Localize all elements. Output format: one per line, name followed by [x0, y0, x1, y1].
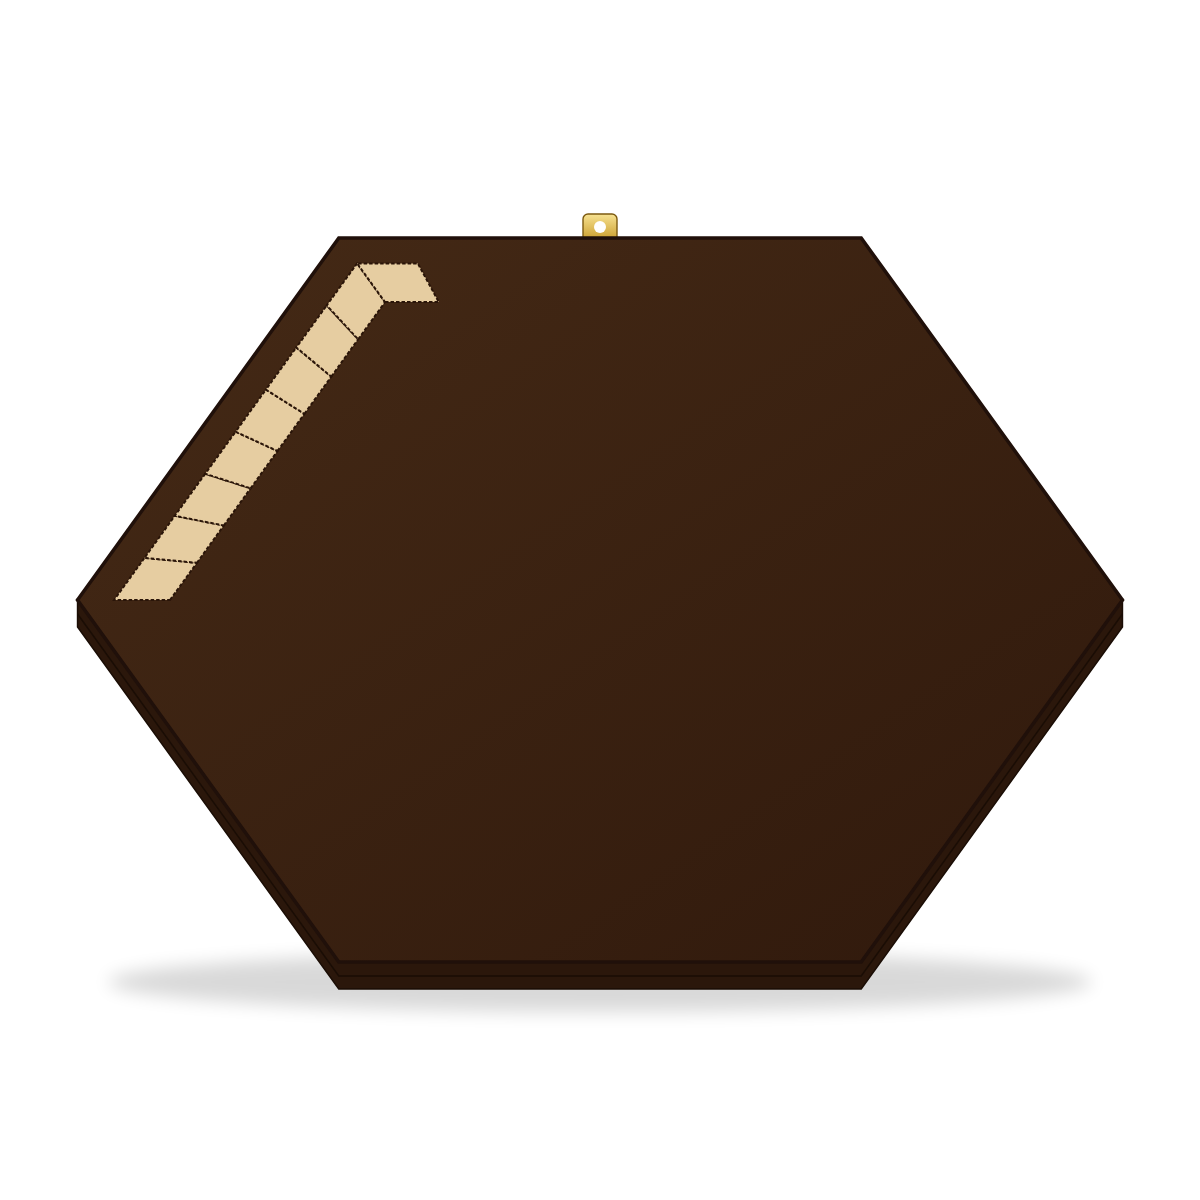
- product-photo: [0, 0, 1200, 1200]
- three-player-chess-board: [0, 0, 1200, 1200]
- board-frame: [78, 238, 1123, 962]
